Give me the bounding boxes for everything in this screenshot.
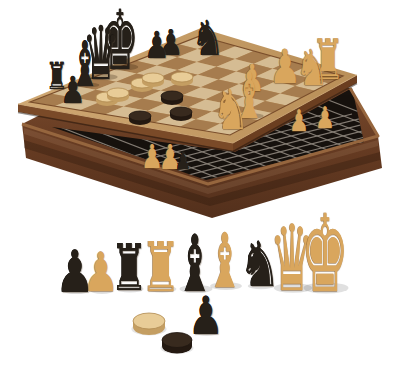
chess-piece-black-pawn: ♟ xyxy=(144,27,169,64)
chess-checkers-set-photo: ♟♞♟♚♛♜♟♞♝♜♟♟♝♞♟♟♟♟♟♝♞♛♚♜♜♝♟♟♟ xyxy=(0,0,400,365)
chess-piece-natural-king: ♚ xyxy=(301,200,349,307)
chess-piece-natural-pawn: ♟ xyxy=(289,106,309,136)
chess-piece-natural-knight: ♞ xyxy=(295,43,329,93)
chess-piece-black-pawn: ♟ xyxy=(60,72,85,109)
chess-piece-black-pawn: ♟ xyxy=(188,290,224,343)
chess-piece-natural-knight: ♞ xyxy=(212,82,250,138)
chess-piece-black-pawn: ♟ xyxy=(175,149,191,173)
chess-piece-natural-pawn: ♟ xyxy=(315,103,335,133)
chess-piece-natural-pawn: ♟ xyxy=(83,246,120,300)
chess-piece-black-knight: ♞ xyxy=(192,14,225,63)
pieces-layer: ♟♞♟♚♛♜♟♞♝♜♟♟♝♞♟♟♟♟♟♝♞♛♚♜♜♝♟♟♟ xyxy=(0,0,400,365)
